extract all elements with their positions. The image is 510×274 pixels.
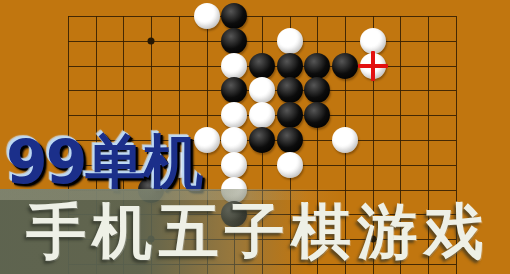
white-stone[interactable] bbox=[194, 3, 220, 29]
white-stone[interactable] bbox=[277, 28, 303, 54]
game-screen: 99单机 手机五子棋游戏 bbox=[0, 0, 510, 274]
white-stone[interactable] bbox=[277, 152, 303, 178]
black-stone[interactable] bbox=[277, 77, 303, 103]
banner-char: 五 bbox=[159, 199, 219, 263]
black-stone[interactable] bbox=[277, 53, 303, 79]
black-stone[interactable] bbox=[277, 102, 303, 128]
banner-char: 子 bbox=[225, 199, 285, 263]
white-stone[interactable] bbox=[249, 77, 275, 103]
banner-title: 手机五子棋游戏 bbox=[26, 199, 484, 263]
black-stone[interactable] bbox=[249, 53, 275, 79]
white-stone[interactable] bbox=[221, 53, 247, 79]
white-stone[interactable] bbox=[221, 102, 247, 128]
black-stone[interactable] bbox=[221, 3, 247, 29]
star-point bbox=[148, 37, 155, 44]
black-stone[interactable] bbox=[332, 53, 358, 79]
watermark-text: 99单机 bbox=[6, 130, 202, 194]
banner-char: 机 bbox=[92, 199, 152, 263]
banner-char: 戏 bbox=[424, 199, 484, 263]
white-stone[interactable] bbox=[221, 152, 247, 178]
black-stone[interactable] bbox=[277, 127, 303, 153]
black-stone[interactable] bbox=[304, 102, 330, 128]
banner-char: 游 bbox=[358, 199, 418, 263]
black-stone[interactable] bbox=[304, 77, 330, 103]
black-stone[interactable] bbox=[304, 53, 330, 79]
board-gridline-horizontal bbox=[68, 41, 456, 42]
white-stone[interactable] bbox=[332, 127, 358, 153]
white-stone-last-move[interactable] bbox=[360, 53, 386, 79]
board-gridline-horizontal bbox=[68, 16, 456, 17]
white-stone[interactable] bbox=[221, 127, 247, 153]
black-stone[interactable] bbox=[249, 127, 275, 153]
white-stone[interactable] bbox=[249, 102, 275, 128]
black-stone[interactable] bbox=[221, 77, 247, 103]
black-stone[interactable] bbox=[221, 28, 247, 54]
banner-char: 棋 bbox=[291, 199, 351, 263]
banner-char: 手 bbox=[26, 199, 86, 263]
